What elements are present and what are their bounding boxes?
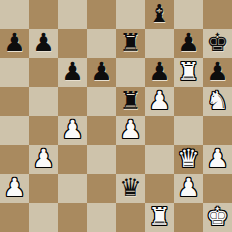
square-a5[interactable] — [0, 87, 29, 116]
black-pawn-d6[interactable]: ♟ — [90, 58, 112, 86]
black-king-h7[interactable]: ♚ — [206, 29, 228, 57]
square-d6[interactable]: ♟ — [87, 58, 116, 87]
square-h3[interactable]: ♟ — [203, 145, 232, 174]
black-pawn-g7[interactable]: ♟ — [177, 29, 199, 57]
square-c6[interactable]: ♟ — [58, 58, 87, 87]
black-pawn-c6[interactable]: ♟ — [61, 58, 83, 86]
square-e2[interactable]: ♛ — [116, 174, 145, 203]
black-pawn-h6[interactable]: ♟ — [206, 58, 228, 86]
square-d3[interactable] — [87, 145, 116, 174]
square-h4[interactable] — [203, 116, 232, 145]
square-b7[interactable]: ♟ — [29, 29, 58, 58]
square-e1[interactable] — [116, 203, 145, 232]
black-pawn-b7[interactable]: ♟ — [32, 29, 54, 57]
square-g8[interactable] — [174, 0, 203, 29]
square-e4[interactable]: ♟ — [116, 116, 145, 145]
square-b4[interactable] — [29, 116, 58, 145]
square-c5[interactable] — [58, 87, 87, 116]
square-f6[interactable]: ♟ — [145, 58, 174, 87]
square-h8[interactable] — [203, 0, 232, 29]
square-g5[interactable] — [174, 87, 203, 116]
white-queen-g3[interactable]: ♛ — [177, 145, 199, 173]
square-f3[interactable] — [145, 145, 174, 174]
square-a3[interactable] — [0, 145, 29, 174]
square-f4[interactable] — [145, 116, 174, 145]
square-e7[interactable]: ♜ — [116, 29, 145, 58]
black-pawn-a7[interactable]: ♟ — [3, 29, 25, 57]
black-bishop-f8[interactable]: ♝ — [148, 0, 170, 28]
square-g6[interactable]: ♜ — [174, 58, 203, 87]
square-f7[interactable] — [145, 29, 174, 58]
square-g4[interactable] — [174, 116, 203, 145]
white-pawn-f5[interactable]: ♟ — [148, 87, 170, 115]
square-a2[interactable]: ♟ — [0, 174, 29, 203]
square-e5[interactable]: ♜ — [116, 87, 145, 116]
white-rook-f1[interactable]: ♜ — [148, 203, 170, 231]
square-a4[interactable] — [0, 116, 29, 145]
square-a7[interactable]: ♟ — [0, 29, 29, 58]
square-h1[interactable]: ♚ — [203, 203, 232, 232]
square-e3[interactable] — [116, 145, 145, 174]
square-b3[interactable]: ♟ — [29, 145, 58, 174]
square-e8[interactable] — [116, 0, 145, 29]
white-king-h1[interactable]: ♚ — [206, 203, 228, 231]
square-h2[interactable] — [203, 174, 232, 203]
white-pawn-h3[interactable]: ♟ — [206, 145, 228, 173]
square-c3[interactable] — [58, 145, 87, 174]
white-pawn-a2[interactable]: ♟ — [3, 174, 25, 202]
square-c2[interactable] — [58, 174, 87, 203]
square-b5[interactable] — [29, 87, 58, 116]
black-pawn-f6[interactable]: ♟ — [148, 58, 170, 86]
square-a8[interactable] — [0, 0, 29, 29]
square-b1[interactable] — [29, 203, 58, 232]
square-f1[interactable]: ♜ — [145, 203, 174, 232]
square-c4[interactable]: ♟ — [58, 116, 87, 145]
square-c1[interactable] — [58, 203, 87, 232]
square-d8[interactable] — [87, 0, 116, 29]
black-queen-e2[interactable]: ♛ — [119, 174, 141, 202]
white-pawn-b3[interactable]: ♟ — [32, 145, 54, 173]
square-b6[interactable] — [29, 58, 58, 87]
black-rook-e7[interactable]: ♜ — [119, 29, 141, 57]
square-d2[interactable] — [87, 174, 116, 203]
black-rook-e5[interactable]: ♜ — [119, 87, 141, 115]
square-d1[interactable] — [87, 203, 116, 232]
square-d5[interactable] — [87, 87, 116, 116]
square-a6[interactable] — [0, 58, 29, 87]
square-d4[interactable] — [87, 116, 116, 145]
square-f8[interactable]: ♝ — [145, 0, 174, 29]
white-pawn-g2[interactable]: ♟ — [177, 174, 199, 202]
white-pawn-e4[interactable]: ♟ — [119, 116, 141, 144]
square-d7[interactable] — [87, 29, 116, 58]
square-h5[interactable]: ♞ — [203, 87, 232, 116]
white-rook-g6[interactable]: ♜ — [177, 58, 199, 86]
square-a1[interactable] — [0, 203, 29, 232]
square-g3[interactable]: ♛ — [174, 145, 203, 174]
chess-board: ♝♟♟♜♟♚♟♟♟♜♟♜♟♞♟♟♟♛♟♟♛♟♜♚ — [0, 0, 232, 232]
square-b8[interactable] — [29, 0, 58, 29]
white-knight-h5[interactable]: ♞ — [206, 87, 228, 115]
square-e6[interactable] — [116, 58, 145, 87]
square-g7[interactable]: ♟ — [174, 29, 203, 58]
square-f5[interactable]: ♟ — [145, 87, 174, 116]
square-h7[interactable]: ♚ — [203, 29, 232, 58]
white-pawn-c4[interactable]: ♟ — [61, 116, 83, 144]
square-g1[interactable] — [174, 203, 203, 232]
square-b2[interactable] — [29, 174, 58, 203]
square-c8[interactable] — [58, 0, 87, 29]
square-c7[interactable] — [58, 29, 87, 58]
square-f2[interactable] — [145, 174, 174, 203]
square-h6[interactable]: ♟ — [203, 58, 232, 87]
square-g2[interactable]: ♟ — [174, 174, 203, 203]
